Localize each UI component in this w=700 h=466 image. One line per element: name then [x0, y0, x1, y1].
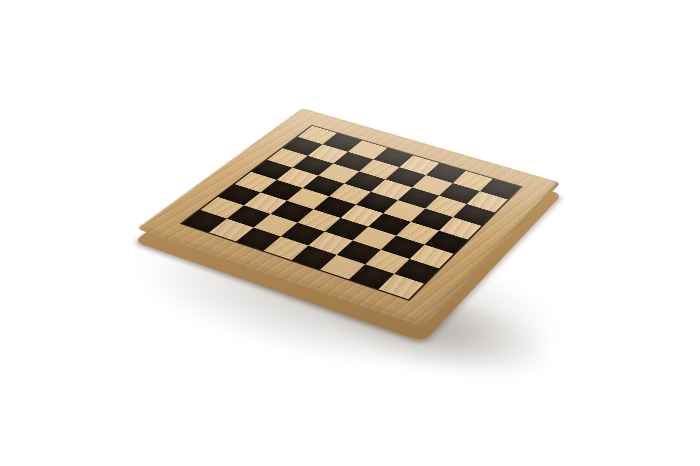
checker-natural[interactable]	[200, 210, 226, 219]
square-r1c5	[412, 175, 453, 196]
product-photo	[0, 0, 700, 466]
